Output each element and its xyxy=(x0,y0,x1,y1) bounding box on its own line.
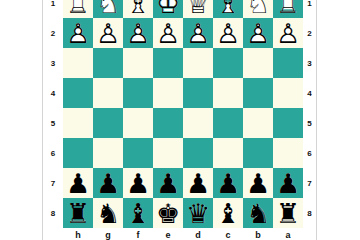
rank-label-5: 5 xyxy=(303,108,316,138)
piece-outline-layer: ♟ xyxy=(123,168,153,200)
square-f2[interactable]: ♟♙ xyxy=(123,18,153,48)
piece-outline-layer: ♙ xyxy=(153,18,183,50)
piece-fill-layer: ♟ xyxy=(273,18,303,50)
piece-fill-layer: ♟ xyxy=(153,18,183,50)
piece-outline-layer: ♙ xyxy=(183,18,213,50)
black-pawn[interactable]: ♙♟ xyxy=(183,168,213,198)
square-h3[interactable] xyxy=(63,48,93,78)
piece-fill-layer: ♙ xyxy=(63,168,93,200)
white-knight[interactable]: ♞♘ xyxy=(243,0,273,18)
piece-fill-layer: ♔ xyxy=(153,198,183,230)
piece-outline-layer: ♟ xyxy=(183,168,213,200)
piece-outline-layer: ♘ xyxy=(243,0,273,20)
piece-fill-layer: ♜ xyxy=(273,0,303,20)
rank-label-3: 3 xyxy=(43,48,63,78)
square-b7[interactable]: ♙♟ xyxy=(243,168,273,198)
file-label-g: g xyxy=(93,228,123,240)
piece-fill-layer: ♝ xyxy=(123,0,153,20)
square-d2[interactable]: ♟♙ xyxy=(183,18,213,48)
square-c5[interactable] xyxy=(213,108,243,138)
piece-fill-layer: ♚ xyxy=(153,0,183,20)
square-c2[interactable]: ♟♙ xyxy=(213,18,243,48)
square-g5[interactable] xyxy=(93,108,123,138)
square-c1[interactable]: ♝♗ xyxy=(213,0,243,18)
square-b3[interactable] xyxy=(243,48,273,78)
piece-outline-layer: ♞ xyxy=(93,198,123,230)
white-pawn[interactable]: ♟♙ xyxy=(273,18,303,48)
file-labels-bottom: hgfedcba xyxy=(63,228,303,240)
piece-fill-layer: ♟ xyxy=(93,18,123,50)
piece-outline-layer: ♙ xyxy=(243,18,273,50)
square-e6[interactable] xyxy=(153,138,183,168)
square-d1[interactable]: ♛♕ xyxy=(183,0,213,18)
piece-fill-layer: ♜ xyxy=(63,0,93,20)
white-rook[interactable]: ♜♖ xyxy=(273,0,303,18)
square-h7[interactable]: ♙♟ xyxy=(63,168,93,198)
piece-fill-layer: ♘ xyxy=(93,198,123,230)
black-king[interactable]: ♔♚ xyxy=(153,198,183,228)
square-b1[interactable]: ♞♘ xyxy=(243,0,273,18)
square-e4[interactable] xyxy=(153,78,183,108)
square-g4[interactable] xyxy=(93,78,123,108)
piece-fill-layer: ♟ xyxy=(123,18,153,50)
square-a1[interactable]: ♜♖ xyxy=(273,0,303,18)
square-a2[interactable]: ♟♙ xyxy=(273,18,303,48)
square-f5[interactable] xyxy=(123,108,153,138)
black-pawn[interactable]: ♙♟ xyxy=(93,168,123,198)
square-e5[interactable] xyxy=(153,108,183,138)
piece-outline-layer: ♙ xyxy=(93,18,123,50)
piece-fill-layer: ♛ xyxy=(183,0,213,20)
rank-label-2: 2 xyxy=(303,18,316,48)
file-label-a: a xyxy=(273,228,303,240)
piece-fill-layer: ♙ xyxy=(123,168,153,200)
square-c3[interactable] xyxy=(213,48,243,78)
square-a4[interactable] xyxy=(273,78,303,108)
piece-fill-layer: ♙ xyxy=(213,168,243,200)
square-c6[interactable] xyxy=(213,138,243,168)
square-f8[interactable]: ♗♝ xyxy=(123,198,153,228)
square-b5[interactable] xyxy=(243,108,273,138)
square-e3[interactable] xyxy=(153,48,183,78)
file-label-e: e xyxy=(153,228,183,240)
piece-fill-layer: ♞ xyxy=(243,0,273,20)
black-pawn[interactable]: ♙♟ xyxy=(243,168,273,198)
square-h6[interactable] xyxy=(63,138,93,168)
square-d8[interactable]: ♕♛ xyxy=(183,198,213,228)
piece-outline-layer: ♟ xyxy=(243,168,273,200)
piece-outline-layer: ♝ xyxy=(213,198,243,230)
black-queen[interactable]: ♕♛ xyxy=(183,198,213,228)
square-d4[interactable] xyxy=(183,78,213,108)
piece-outline-layer: ♛ xyxy=(183,198,213,230)
black-rook[interactable]: ♖♜ xyxy=(63,198,93,228)
piece-outline-layer: ♗ xyxy=(123,0,153,20)
piece-outline-layer: ♟ xyxy=(93,168,123,200)
piece-outline-layer: ♙ xyxy=(213,18,243,50)
white-pawn[interactable]: ♟♙ xyxy=(183,18,213,48)
piece-outline-layer: ♟ xyxy=(213,168,243,200)
white-bishop[interactable]: ♝♗ xyxy=(213,0,243,18)
piece-outline-layer: ♖ xyxy=(273,0,303,20)
piece-fill-layer: ♞ xyxy=(93,0,123,20)
rank-label-1: 1 xyxy=(303,0,316,18)
square-h8[interactable]: ♖♜ xyxy=(63,198,93,228)
square-f7[interactable]: ♙♟ xyxy=(123,168,153,198)
piece-fill-layer: ♙ xyxy=(243,168,273,200)
square-a5[interactable] xyxy=(273,108,303,138)
square-f4[interactable] xyxy=(123,78,153,108)
square-h4[interactable] xyxy=(63,78,93,108)
piece-outline-layer: ♜ xyxy=(63,198,93,230)
square-a7[interactable]: ♙♟ xyxy=(273,168,303,198)
rank-labels-left: 12345678 xyxy=(43,0,63,228)
square-f1[interactable]: ♝♗ xyxy=(123,0,153,18)
square-g8[interactable]: ♘♞ xyxy=(93,198,123,228)
piece-fill-layer: ♖ xyxy=(273,198,303,230)
white-pawn[interactable]: ♟♙ xyxy=(63,18,93,48)
square-d6[interactable] xyxy=(183,138,213,168)
square-a3[interactable] xyxy=(273,48,303,78)
board-grid: ♜♖♞♘♝♗♚♔♛♕♝♗♞♘♜♖♟♙♟♙♟♙♟♙♟♙♟♙♟♙♟♙♙♟♙♟♙♟♙♟… xyxy=(63,0,303,228)
piece-fill-layer: ♘ xyxy=(243,198,273,230)
white-pawn[interactable]: ♟♙ xyxy=(243,18,273,48)
file-label-b: b xyxy=(243,228,273,240)
rank-label-7: 7 xyxy=(43,168,63,198)
square-d7[interactable]: ♙♟ xyxy=(183,168,213,198)
square-h5[interactable] xyxy=(63,108,93,138)
square-h2[interactable]: ♟♙ xyxy=(63,18,93,48)
page-background: 12345678 ♜♖♞♘♝♗♚♔♛♕♝♗♞♘♜♖♟♙♟♙♟♙♟♙♟♙♟♙♟♙♟… xyxy=(0,0,360,240)
black-pawn[interactable]: ♙♟ xyxy=(153,168,183,198)
rank-label-1: 1 xyxy=(43,0,63,18)
white-bishop[interactable]: ♝♗ xyxy=(123,0,153,18)
rank-label-8: 8 xyxy=(43,198,63,228)
square-g3[interactable] xyxy=(93,48,123,78)
rank-label-2: 2 xyxy=(43,18,63,48)
piece-outline-layer: ♜ xyxy=(273,198,303,230)
rank-label-5: 5 xyxy=(43,108,63,138)
piece-fill-layer: ♝ xyxy=(213,0,243,20)
piece-outline-layer: ♚ xyxy=(153,198,183,230)
rank-label-6: 6 xyxy=(303,138,316,168)
square-f6[interactable] xyxy=(123,138,153,168)
black-rook[interactable]: ♖♜ xyxy=(273,198,303,228)
rank-label-4: 4 xyxy=(303,78,316,108)
file-label-h: h xyxy=(63,228,93,240)
piece-fill-layer: ♙ xyxy=(153,168,183,200)
square-h1[interactable]: ♜♖ xyxy=(63,0,93,18)
square-e2[interactable]: ♟♙ xyxy=(153,18,183,48)
file-label-d: d xyxy=(183,228,213,240)
rank-labels-right: 12345678 xyxy=(303,0,316,228)
square-g7[interactable]: ♙♟ xyxy=(93,168,123,198)
piece-outline-layer: ♖ xyxy=(63,0,93,20)
square-g6[interactable] xyxy=(93,138,123,168)
square-b2[interactable]: ♟♙ xyxy=(243,18,273,48)
piece-outline-layer: ♟ xyxy=(63,168,93,200)
square-e8[interactable]: ♔♚ xyxy=(153,198,183,228)
piece-fill-layer: ♟ xyxy=(243,18,273,50)
piece-outline-layer: ♗ xyxy=(213,0,243,20)
white-pawn[interactable]: ♟♙ xyxy=(93,18,123,48)
square-b8[interactable]: ♘♞ xyxy=(243,198,273,228)
piece-fill-layer: ♟ xyxy=(183,18,213,50)
piece-outline-layer: ♝ xyxy=(123,198,153,230)
square-d5[interactable] xyxy=(183,108,213,138)
white-pawn[interactable]: ♟♙ xyxy=(153,18,183,48)
black-pawn[interactable]: ♙♟ xyxy=(123,168,153,198)
piece-outline-layer: ♞ xyxy=(243,198,273,230)
rank-label-3: 3 xyxy=(303,48,316,78)
square-a6[interactable] xyxy=(273,138,303,168)
rank-label-8: 8 xyxy=(303,198,316,228)
chessboard: 12345678 ♜♖♞♘♝♗♚♔♛♕♝♗♞♘♜♖♟♙♟♙♟♙♟♙♟♙♟♙♟♙♟… xyxy=(42,0,317,240)
piece-fill-layer: ♟ xyxy=(63,18,93,50)
piece-outline-layer: ♟ xyxy=(153,168,183,200)
square-e1[interactable]: ♚♔ xyxy=(153,0,183,18)
square-g2[interactable]: ♟♙ xyxy=(93,18,123,48)
piece-outline-layer: ♕ xyxy=(183,0,213,20)
black-bishop[interactable]: ♗♝ xyxy=(213,198,243,228)
rank-label-7: 7 xyxy=(303,168,316,198)
white-rook[interactable]: ♜♖ xyxy=(63,0,93,18)
square-f3[interactable] xyxy=(123,48,153,78)
file-label-f: f xyxy=(123,228,153,240)
piece-outline-layer: ♙ xyxy=(123,18,153,50)
square-c7[interactable]: ♙♟ xyxy=(213,168,243,198)
square-c8[interactable]: ♗♝ xyxy=(213,198,243,228)
white-knight[interactable]: ♞♘ xyxy=(93,0,123,18)
white-pawn[interactable]: ♟♙ xyxy=(213,18,243,48)
piece-fill-layer: ♖ xyxy=(63,198,93,230)
square-a8[interactable]: ♖♜ xyxy=(273,198,303,228)
rank-label-4: 4 xyxy=(43,78,63,108)
piece-outline-layer: ♟ xyxy=(273,168,303,200)
black-pawn[interactable]: ♙♟ xyxy=(273,168,303,198)
white-pawn[interactable]: ♟♙ xyxy=(123,18,153,48)
piece-fill-layer: ♟ xyxy=(213,18,243,50)
piece-fill-layer: ♕ xyxy=(183,198,213,230)
piece-outline-layer: ♙ xyxy=(63,18,93,50)
square-d3[interactable] xyxy=(183,48,213,78)
black-bishop[interactable]: ♗♝ xyxy=(123,198,153,228)
piece-outline-layer: ♔ xyxy=(153,0,183,20)
square-b4[interactable] xyxy=(243,78,273,108)
piece-outline-layer: ♘ xyxy=(93,0,123,20)
piece-fill-layer: ♙ xyxy=(93,168,123,200)
white-queen[interactable]: ♛♕ xyxy=(183,0,213,18)
piece-fill-layer: ♗ xyxy=(213,198,243,230)
square-g1[interactable]: ♞♘ xyxy=(93,0,123,18)
file-label-c: c xyxy=(213,228,243,240)
piece-fill-layer: ♗ xyxy=(123,198,153,230)
piece-fill-layer: ♙ xyxy=(273,168,303,200)
square-c4[interactable] xyxy=(213,78,243,108)
piece-fill-layer: ♙ xyxy=(183,168,213,200)
white-king[interactable]: ♚♔ xyxy=(153,0,183,18)
black-knight[interactable]: ♘♞ xyxy=(93,198,123,228)
black-knight[interactable]: ♘♞ xyxy=(243,198,273,228)
piece-outline-layer: ♙ xyxy=(273,18,303,50)
square-e7[interactable]: ♙♟ xyxy=(153,168,183,198)
square-b6[interactable] xyxy=(243,138,273,168)
black-pawn[interactable]: ♙♟ xyxy=(213,168,243,198)
black-pawn[interactable]: ♙♟ xyxy=(63,168,93,198)
rank-label-6: 6 xyxy=(43,138,63,168)
